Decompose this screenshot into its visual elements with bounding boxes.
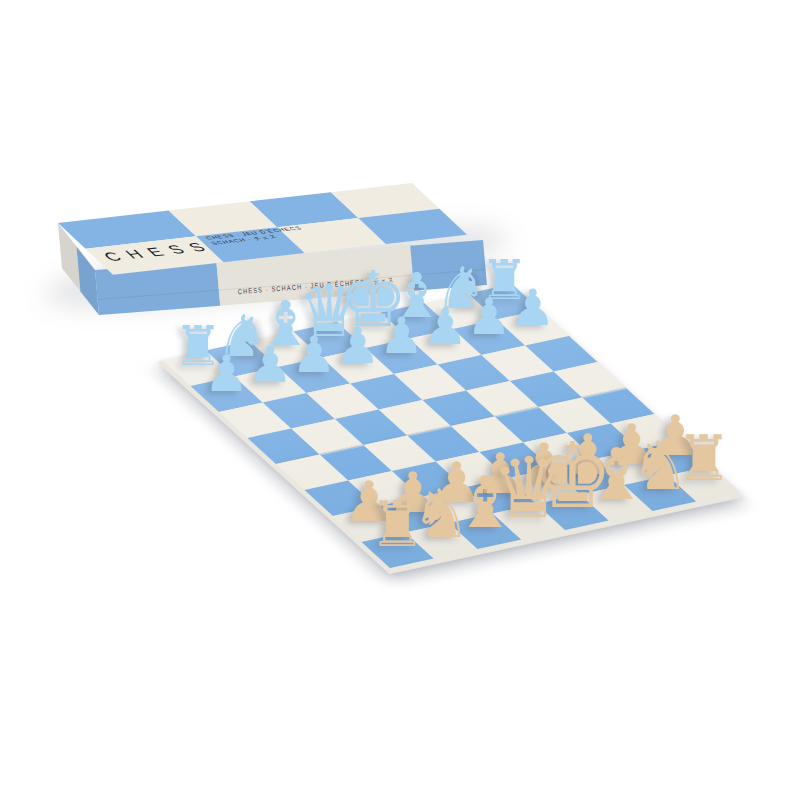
chess-board xyxy=(162,284,740,568)
product-photo: CHESS · SCHACH · JEU D'ÉCHECS · チェス CHES… xyxy=(0,0,800,800)
box-front-blue-panel-right xyxy=(410,240,487,291)
board-squares xyxy=(162,284,740,568)
